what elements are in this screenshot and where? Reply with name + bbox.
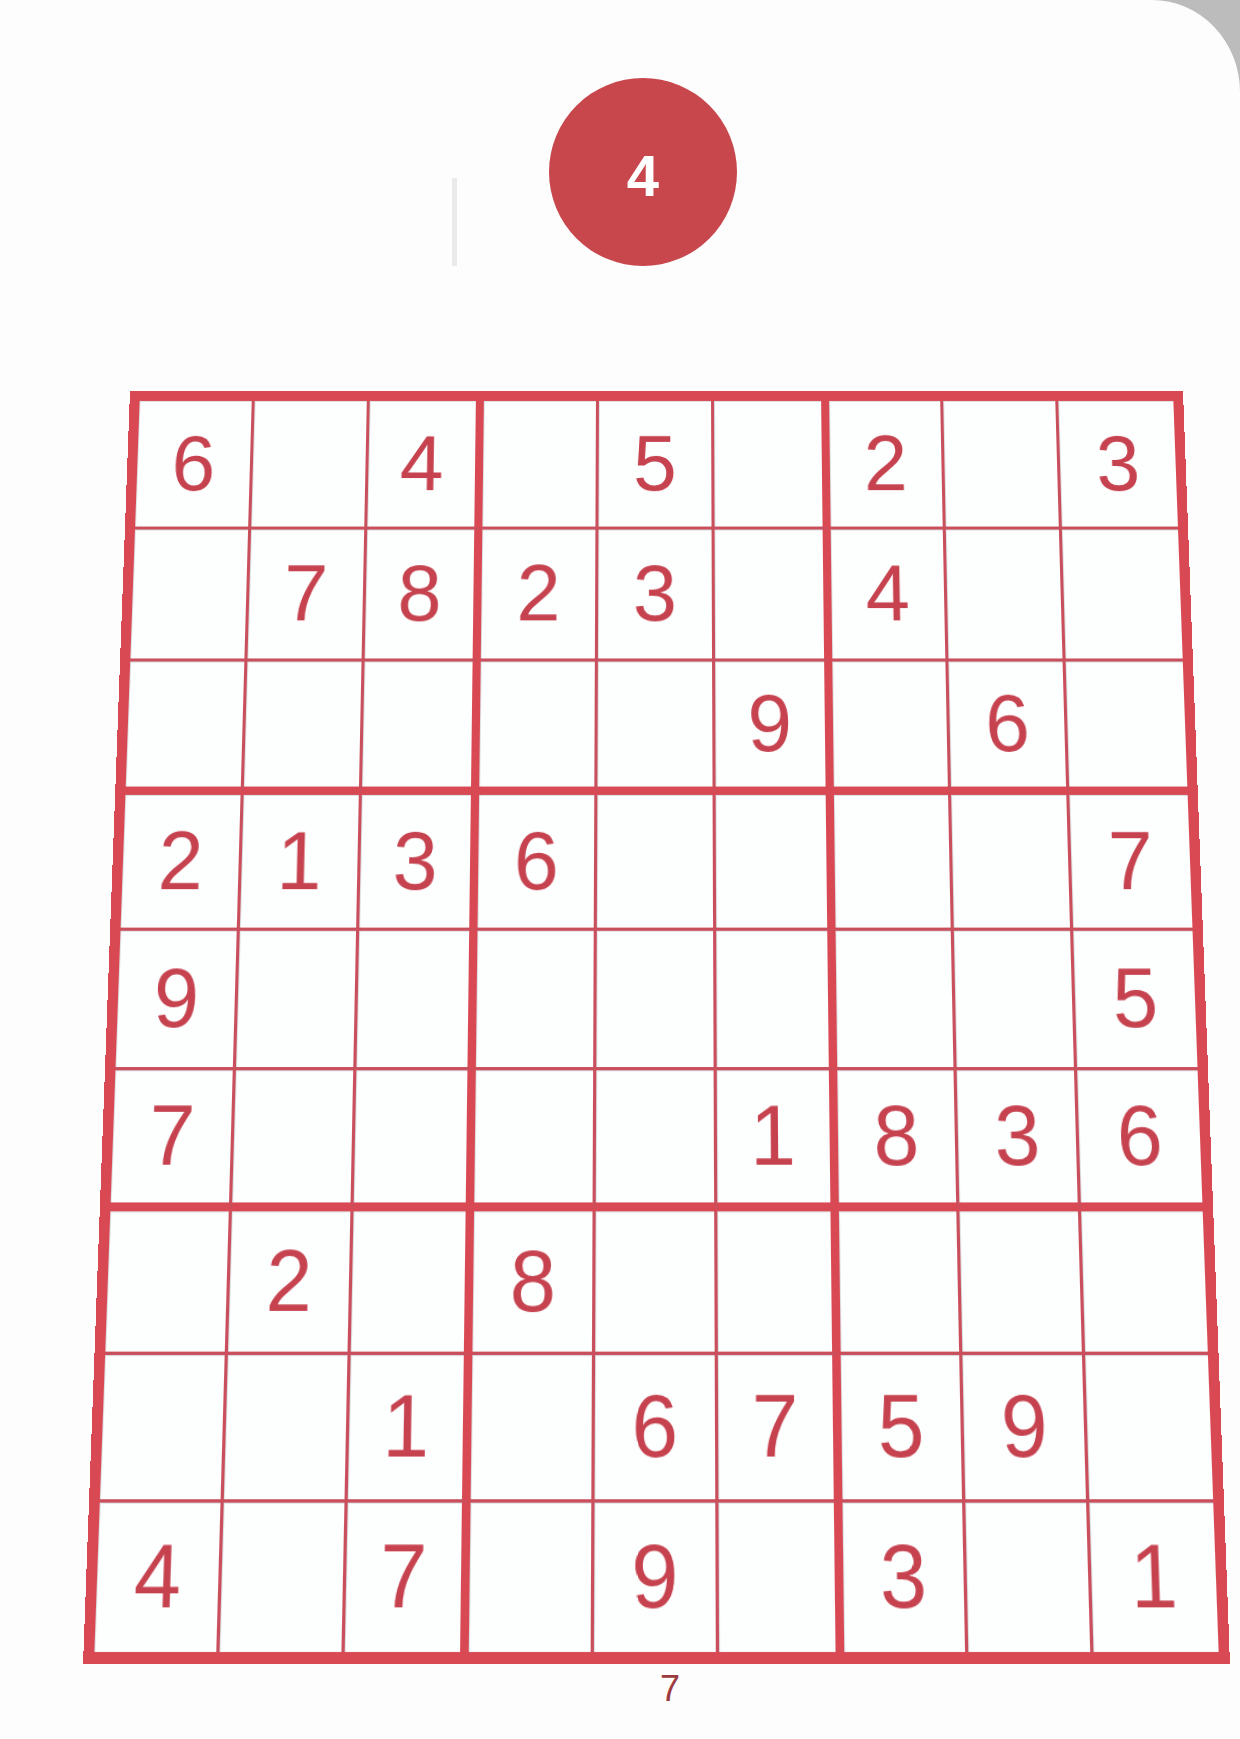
sudoku-cell-r7c5 <box>595 1211 718 1355</box>
sudoku-cell-r5c5 <box>596 931 716 1070</box>
sudoku-cell-r1c1: 6 <box>135 401 255 530</box>
sudoku-cell-r3c4 <box>479 661 598 795</box>
sudoku-cell-r5c3 <box>356 931 478 1070</box>
sudoku-cell-r5c8 <box>954 931 1077 1070</box>
sudoku-cell-r8c3: 1 <box>347 1355 472 1502</box>
sudoku-cell-r9c5: 9 <box>594 1502 719 1652</box>
sudoku-cell-r7c4: 8 <box>473 1211 596 1355</box>
sudoku-cell-r9c7: 3 <box>842 1502 969 1652</box>
sudoku-cell-r2c9 <box>1062 530 1183 661</box>
sudoku-cell-r5c1: 9 <box>115 931 239 1070</box>
sudoku-cell-r4c1: 2 <box>120 795 243 931</box>
sudoku-cell-r7c3 <box>350 1211 474 1355</box>
sudoku-cell-r9c9: 1 <box>1089 1502 1218 1652</box>
sudoku-cell-r6c8: 3 <box>957 1070 1081 1211</box>
sudoku-cell-r6c9: 6 <box>1077 1070 1202 1211</box>
sudoku-cell-r7c7 <box>839 1211 963 1355</box>
sudoku-cell-r6c4 <box>474 1070 596 1211</box>
sudoku-cell-r3c3 <box>361 661 481 795</box>
sudoku-cell-r5c2 <box>236 931 359 1070</box>
sudoku-board-area: 645237823496213679571836281675947931 <box>83 391 1230 1664</box>
sudoku-cell-r4c7 <box>834 795 955 931</box>
sudoku-cell-r3c5 <box>597 661 715 795</box>
sudoku-cell-r4c3: 3 <box>359 795 480 931</box>
sudoku-cell-r9c1: 4 <box>94 1502 223 1652</box>
sudoku-cell-r1c3: 4 <box>367 401 484 530</box>
sudoku-board: 645237823496213679571836281675947931 <box>83 391 1230 1664</box>
sudoku-cell-r1c9: 3 <box>1058 401 1178 530</box>
sudoku-cell-r5c4 <box>476 931 597 1070</box>
sudoku-cell-r2c6 <box>714 530 831 661</box>
sudoku-cell-r7c9 <box>1081 1211 1208 1355</box>
sudoku-cell-r1c2 <box>251 401 369 530</box>
sudoku-cell-r1c7: 2 <box>829 401 946 530</box>
sudoku-cell-r4c5 <box>597 795 716 931</box>
sudoku-cell-r5c7 <box>835 931 957 1070</box>
sudoku-cell-r4c8 <box>952 795 1074 931</box>
sudoku-cell-r7c2: 2 <box>228 1211 353 1355</box>
sudoku-cell-r6c3 <box>353 1070 476 1211</box>
sudoku-cell-r3c6: 9 <box>715 661 834 795</box>
sudoku-cell-r8c8: 9 <box>963 1355 1090 1502</box>
sudoku-cell-r9c2 <box>219 1502 347 1652</box>
sudoku-cell-r3c9 <box>1066 661 1188 795</box>
sudoku-cell-r6c6: 1 <box>717 1070 839 1211</box>
sudoku-cell-r2c5: 3 <box>598 530 715 661</box>
sudoku-cell-r8c9 <box>1085 1355 1213 1502</box>
sudoku-cell-r2c2: 7 <box>247 530 367 661</box>
sudoku-cell-r9c4 <box>469 1502 595 1652</box>
sudoku-cell-r6c7: 8 <box>837 1070 960 1211</box>
sudoku-cell-r3c1 <box>125 661 247 795</box>
sudoku-cell-r7c1 <box>105 1211 232 1355</box>
sudoku-cell-r5c6 <box>716 931 837 1070</box>
sudoku-cell-r8c6: 7 <box>718 1355 842 1502</box>
sudoku-cell-r4c2: 1 <box>240 795 362 931</box>
sudoku-cell-r9c6 <box>718 1502 844 1652</box>
sudoku-cell-r1c5: 5 <box>599 401 715 530</box>
puzzle-number-badge: 4 <box>549 78 737 266</box>
sudoku-cell-r2c3: 8 <box>364 530 483 661</box>
scan-streak-artifact <box>452 178 457 266</box>
sudoku-cell-r6c5 <box>596 1070 717 1211</box>
sudoku-cell-r7c8 <box>960 1211 1085 1355</box>
sudoku-cell-r6c1: 7 <box>110 1070 235 1211</box>
sudoku-cell-r1c6 <box>714 401 830 530</box>
sudoku-cell-r4c6 <box>715 795 835 931</box>
page-number: 7 <box>640 1668 700 1710</box>
sudoku-cell-r4c4: 6 <box>478 795 598 931</box>
sudoku-cell-r8c7: 5 <box>840 1355 965 1502</box>
sudoku-cell-r3c7 <box>832 661 952 795</box>
sudoku-cell-r7c6 <box>717 1211 840 1355</box>
sudoku-cell-r5c9: 5 <box>1073 931 1197 1070</box>
sudoku-cell-r8c2 <box>223 1355 350 1502</box>
sudoku-cell-r6c2 <box>232 1070 356 1211</box>
sudoku-cell-r9c3: 7 <box>344 1502 471 1652</box>
sudoku-cell-r3c2 <box>243 661 364 795</box>
puzzle-number: 4 <box>627 147 659 205</box>
sudoku-cell-r2c4: 2 <box>481 530 598 661</box>
sudoku-cell-r8c5: 6 <box>595 1355 719 1502</box>
sudoku-cell-r4c9: 7 <box>1070 795 1193 931</box>
sudoku-cell-r3c8: 6 <box>949 661 1070 795</box>
sudoku-cell-r8c4 <box>471 1355 595 1502</box>
sudoku-cell-r2c8 <box>946 530 1066 661</box>
sudoku-cell-r2c7: 4 <box>830 530 949 661</box>
sudoku-cell-r2c1 <box>130 530 251 661</box>
sudoku-cell-r1c8 <box>944 401 1062 530</box>
sudoku-cell-r9c8 <box>966 1502 1094 1652</box>
sudoku-cell-r1c4 <box>483 401 599 530</box>
sudoku-cell-r8c1 <box>100 1355 228 1502</box>
